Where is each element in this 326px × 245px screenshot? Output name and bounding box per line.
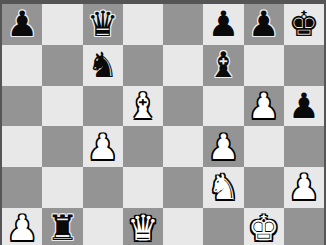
white-pawn-icon: ♟ <box>208 127 239 167</box>
square-g7[interactable]: ♟ <box>244 4 284 45</box>
square-d7[interactable] <box>123 4 163 45</box>
square-e3[interactable] <box>163 167 203 208</box>
square-e7[interactable] <box>163 4 203 45</box>
square-g5[interactable]: ♟ <box>244 86 284 127</box>
white-pawn-icon: ♟ <box>6 208 37 245</box>
square-b2[interactable]: ♜ <box>42 208 82 245</box>
chessboard-screenshot: ♟♛♟♟♚♞♝♝♟♟♟♟♞♟♟♜♛♚ <box>0 0 326 245</box>
square-c4[interactable]: ♟ <box>83 126 123 167</box>
white-knight-icon: ♞ <box>208 167 239 207</box>
square-d4[interactable] <box>123 126 163 167</box>
square-c7[interactable]: ♛ <box>83 4 123 45</box>
square-a5[interactable] <box>2 86 42 127</box>
white-bishop-icon: ♝ <box>127 86 158 126</box>
square-h5[interactable]: ♟ <box>284 86 324 127</box>
square-b6[interactable] <box>42 45 82 86</box>
white-king-icon: ♚ <box>248 208 279 245</box>
square-a2[interactable]: ♟ <box>2 208 42 245</box>
square-f5[interactable] <box>203 86 243 127</box>
square-g4[interactable] <box>244 126 284 167</box>
board-frame: ♟♛♟♟♚♞♝♝♟♟♟♟♞♟♟♜♛♚ <box>0 0 326 245</box>
square-c5[interactable] <box>83 86 123 127</box>
black-pawn-icon: ♟ <box>208 4 239 44</box>
square-c3[interactable] <box>83 167 123 208</box>
square-a3[interactable] <box>2 167 42 208</box>
square-h6[interactable] <box>284 45 324 86</box>
square-d2[interactable]: ♛ <box>123 208 163 245</box>
white-pawn-icon: ♟ <box>87 127 118 167</box>
square-g3[interactable] <box>244 167 284 208</box>
square-e6[interactable] <box>163 45 203 86</box>
black-queen-icon: ♛ <box>87 4 118 44</box>
square-g6[interactable] <box>244 45 284 86</box>
square-d3[interactable] <box>123 167 163 208</box>
square-e5[interactable] <box>163 86 203 127</box>
black-bishop-icon: ♝ <box>208 45 239 85</box>
square-c6[interactable]: ♞ <box>83 45 123 86</box>
square-f7[interactable]: ♟ <box>203 4 243 45</box>
white-pawn-icon: ♟ <box>288 167 319 207</box>
white-pawn-icon: ♟ <box>248 86 279 126</box>
black-knight-icon: ♞ <box>87 45 118 85</box>
square-a7[interactable]: ♟ <box>2 4 42 45</box>
square-b4[interactable] <box>42 126 82 167</box>
square-a4[interactable] <box>2 126 42 167</box>
square-f4[interactable]: ♟ <box>203 126 243 167</box>
black-pawn-icon: ♟ <box>248 4 279 44</box>
white-queen-icon: ♛ <box>127 208 158 245</box>
square-h7[interactable]: ♚ <box>284 4 324 45</box>
square-b5[interactable] <box>42 86 82 127</box>
square-f6[interactable]: ♝ <box>203 45 243 86</box>
square-h4[interactable] <box>284 126 324 167</box>
square-b3[interactable] <box>42 167 82 208</box>
square-d6[interactable] <box>123 45 163 86</box>
chess-board: ♟♛♟♟♚♞♝♝♟♟♟♟♞♟♟♜♛♚ <box>2 4 324 245</box>
square-h3[interactable]: ♟ <box>284 167 324 208</box>
black-king-icon: ♚ <box>288 4 319 44</box>
black-pawn-icon: ♟ <box>288 86 319 126</box>
square-f2[interactable] <box>203 208 243 245</box>
square-g2[interactable]: ♚ <box>244 208 284 245</box>
square-b7[interactable] <box>42 4 82 45</box>
square-c2[interactable] <box>83 208 123 245</box>
square-e4[interactable] <box>163 126 203 167</box>
square-d5[interactable]: ♝ <box>123 86 163 127</box>
square-h2[interactable] <box>284 208 324 245</box>
black-pawn-icon: ♟ <box>6 4 37 44</box>
black-rook-icon: ♜ <box>47 208 78 245</box>
square-a6[interactable] <box>2 45 42 86</box>
square-e2[interactable] <box>163 208 203 245</box>
square-f3[interactable]: ♞ <box>203 167 243 208</box>
